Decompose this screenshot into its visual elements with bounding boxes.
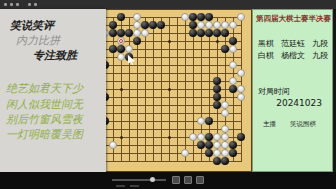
titlebar-mark-icon — [10, 3, 13, 6]
black-rank: 九段 — [312, 38, 328, 49]
black-stone — [205, 117, 213, 125]
black-stone — [141, 21, 149, 29]
white-stone — [237, 13, 245, 21]
white-stone — [109, 141, 117, 149]
app-window: 笑说笑评 内力比拼 专注致胜 绝艺如君天下少 闲人似我世间无 别后竹窗风雪夜 一… — [0, 0, 336, 189]
grid-line — [97, 121, 242, 122]
black-stone — [237, 133, 245, 141]
slogan-line: 内力比拼 — [16, 35, 60, 47]
white-stone — [197, 117, 205, 125]
black-stone — [213, 77, 221, 85]
black-stone — [117, 45, 125, 53]
black-stone — [205, 149, 213, 157]
black-stone — [109, 45, 117, 53]
host-row: 主播 笑说围棋 — [263, 120, 316, 129]
black-stone — [221, 29, 229, 37]
black-stone — [213, 93, 221, 101]
star-point — [120, 136, 123, 139]
black-stone — [205, 133, 213, 141]
black-stone — [197, 29, 205, 37]
black-stone — [229, 141, 237, 149]
white-stone — [133, 29, 141, 37]
progress-slider[interactable] — [112, 179, 166, 181]
poem-line: 绝艺如君天下少 — [6, 81, 83, 96]
white-stone — [141, 29, 149, 37]
white-stone — [221, 101, 229, 109]
white-stone — [213, 141, 221, 149]
star-point — [168, 88, 171, 91]
black-label: 黑棋 — [258, 38, 274, 49]
black-stone — [197, 13, 205, 21]
right-info-panel: 第四届大棋士赛半决赛 黑棋 范廷钰 九段 白棋 杨楷文 九段 对局时间 2024… — [252, 9, 333, 172]
black-stone — [117, 13, 125, 21]
titlebar-mark-icon — [16, 3, 19, 6]
event-title: 第四届大棋士赛半决赛 — [256, 14, 332, 24]
white-stone — [125, 45, 133, 53]
slider-knob-icon[interactable] — [150, 177, 155, 182]
black-stone — [149, 21, 157, 29]
black-stone — [157, 21, 165, 29]
star-point — [120, 88, 123, 91]
white-stone — [237, 93, 245, 101]
white-stone — [197, 133, 205, 141]
white-stone — [221, 149, 229, 157]
black-stone — [229, 37, 237, 45]
white-rank: 九段 — [312, 50, 328, 61]
black-stone — [189, 21, 197, 29]
star-point — [168, 136, 171, 139]
go-board[interactable] — [88, 9, 252, 172]
white-stone — [229, 61, 237, 69]
poem-line: 别后竹窗风雪夜 — [6, 112, 83, 127]
game-time-label: 对局时间 — [258, 86, 290, 97]
titlebar-mark-icon — [34, 3, 37, 6]
black-stone — [117, 29, 125, 37]
grid-line — [177, 17, 178, 162]
white-stone — [221, 125, 229, 133]
poem-line: 一灯明暗覆吴图 — [6, 127, 83, 142]
black-stone — [133, 37, 141, 45]
white-player-row: 白棋 杨楷文 九段 — [258, 50, 328, 61]
white-stone — [237, 85, 245, 93]
white-stone — [205, 21, 213, 29]
black-stone — [213, 157, 221, 165]
white-stone — [181, 149, 189, 157]
game-date: 20241023 — [276, 98, 322, 108]
white-stone — [133, 21, 141, 29]
white-stone — [213, 133, 221, 141]
black-stone — [109, 21, 117, 29]
toolbar-button[interactable] — [184, 176, 192, 184]
poem-line: 闲人似我世间无 — [6, 97, 83, 112]
left-comment-panel: 笑说笑评 内力比拼 专注致胜 绝艺如君天下少 闲人似我世间无 别后竹窗风雪夜 一… — [0, 9, 106, 172]
black-stone — [229, 149, 237, 157]
toolbar-mark — [116, 185, 125, 187]
toolbar-mark — [130, 185, 139, 187]
toolbar-button[interactable] — [196, 176, 204, 184]
white-stone — [229, 45, 237, 53]
white-player: 杨楷文 — [281, 50, 305, 61]
black-stone — [189, 29, 197, 37]
last-move-marker — [119, 39, 123, 43]
black-stone — [109, 29, 117, 37]
black-stone — [197, 141, 205, 149]
star-point — [168, 40, 171, 43]
white-label: 白棋 — [258, 50, 274, 61]
black-stone — [205, 29, 213, 37]
black-stone — [125, 29, 133, 37]
white-stone — [213, 149, 221, 157]
host-label: 主播 — [263, 120, 276, 129]
black-stone — [213, 85, 221, 93]
black-stone — [213, 101, 221, 109]
white-stone — [117, 53, 125, 61]
black-stone — [221, 45, 229, 53]
white-stone — [221, 109, 229, 117]
black-player: 范廷钰 — [281, 38, 305, 49]
white-stone — [229, 77, 237, 85]
star-point — [216, 40, 219, 43]
window-titlebar — [0, 0, 336, 9]
titlebar-mark-icon — [4, 3, 7, 6]
black-stone — [229, 85, 237, 93]
black-stone — [189, 13, 197, 21]
white-stone — [181, 13, 189, 21]
white-stone — [133, 13, 141, 21]
white-stone — [221, 133, 229, 141]
host-name: 笑说围棋 — [290, 120, 316, 129]
white-stone — [221, 141, 229, 149]
black-player-row: 黑棋 范廷钰 九段 — [258, 38, 328, 49]
bottom-toolbar — [0, 172, 336, 189]
black-stone — [205, 13, 213, 21]
white-stone — [197, 21, 205, 29]
black-stone — [213, 29, 221, 37]
white-stone — [237, 69, 245, 77]
toolbar-button[interactable] — [172, 176, 180, 184]
titlebar-mark-icon — [28, 3, 31, 6]
white-stone — [213, 21, 221, 29]
slogan-line: 专注致胜 — [33, 50, 77, 62]
white-stone — [229, 21, 237, 29]
black-stone — [205, 141, 213, 149]
slogan-line: 笑说笑评 — [10, 20, 54, 32]
white-stone — [221, 21, 229, 29]
black-stone — [221, 157, 229, 165]
grid-line — [185, 17, 186, 162]
white-stone — [189, 133, 197, 141]
